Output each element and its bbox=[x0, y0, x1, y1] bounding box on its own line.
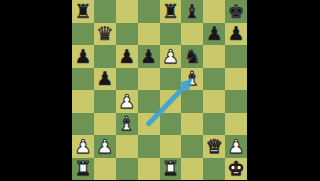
black-pawn[interactable]: ♟ bbox=[96, 69, 113, 88]
chess-board: ♜♜♝♚♛♟♟♟♟♟♟♞♟♝♟♝♟♟♛♟♜♜♚ bbox=[72, 0, 247, 180]
black-knight[interactable]: ♞ bbox=[184, 47, 201, 66]
white-rook[interactable]: ♜ bbox=[162, 159, 179, 178]
square-h7[interactable]: ♟ bbox=[225, 23, 247, 46]
square-h6[interactable] bbox=[225, 45, 247, 68]
white-bishop[interactable]: ♝ bbox=[184, 69, 201, 88]
square-d1[interactable] bbox=[138, 158, 160, 181]
square-c3[interactable]: ♝ bbox=[116, 113, 138, 136]
black-pawn[interactable]: ♟ bbox=[206, 24, 223, 43]
square-f7[interactable] bbox=[181, 23, 203, 46]
white-rook[interactable]: ♜ bbox=[74, 159, 91, 178]
black-rook[interactable]: ♜ bbox=[162, 2, 179, 21]
square-a1[interactable]: ♜ bbox=[72, 158, 94, 181]
square-h3[interactable] bbox=[225, 113, 247, 136]
square-f6[interactable]: ♞ bbox=[181, 45, 203, 68]
square-a3[interactable] bbox=[72, 113, 94, 136]
square-f5[interactable]: ♝ bbox=[181, 68, 203, 91]
square-e6[interactable]: ♟ bbox=[160, 45, 182, 68]
white-pawn[interactable]: ♟ bbox=[118, 92, 135, 111]
square-b5[interactable]: ♟ bbox=[94, 68, 116, 91]
square-h8[interactable]: ♚ bbox=[225, 0, 247, 23]
white-pawn[interactable]: ♟ bbox=[96, 137, 113, 156]
black-queen[interactable]: ♛ bbox=[96, 24, 113, 43]
white-king[interactable]: ♚ bbox=[228, 159, 245, 178]
square-a5[interactable] bbox=[72, 68, 94, 91]
square-f4[interactable] bbox=[181, 90, 203, 113]
black-pawn[interactable]: ♟ bbox=[228, 24, 245, 43]
square-c1[interactable] bbox=[116, 158, 138, 181]
square-e7[interactable] bbox=[160, 23, 182, 46]
square-g6[interactable] bbox=[203, 45, 225, 68]
square-d6[interactable]: ♟ bbox=[138, 45, 160, 68]
square-h4[interactable] bbox=[225, 90, 247, 113]
square-h1[interactable]: ♚ bbox=[225, 158, 247, 181]
square-a8[interactable]: ♜ bbox=[72, 0, 94, 23]
white-pawn[interactable]: ♟ bbox=[228, 137, 245, 156]
white-pawn[interactable]: ♟ bbox=[162, 47, 179, 66]
square-c7[interactable] bbox=[116, 23, 138, 46]
white-pawn[interactable]: ♟ bbox=[74, 137, 91, 156]
square-g1[interactable] bbox=[203, 158, 225, 181]
white-bishop[interactable]: ♝ bbox=[118, 114, 135, 133]
square-c6[interactable]: ♟ bbox=[116, 45, 138, 68]
black-pawn[interactable]: ♟ bbox=[74, 47, 91, 66]
square-a6[interactable]: ♟ bbox=[72, 45, 94, 68]
square-h5[interactable] bbox=[225, 68, 247, 91]
square-d4[interactable] bbox=[138, 90, 160, 113]
square-d8[interactable] bbox=[138, 0, 160, 23]
square-g3[interactable] bbox=[203, 113, 225, 136]
square-b1[interactable] bbox=[94, 158, 116, 181]
square-e4[interactable] bbox=[160, 90, 182, 113]
black-pawn[interactable]: ♟ bbox=[118, 47, 135, 66]
square-e8[interactable]: ♜ bbox=[160, 0, 182, 23]
square-c8[interactable] bbox=[116, 0, 138, 23]
black-bishop[interactable]: ♝ bbox=[184, 2, 201, 21]
square-b3[interactable] bbox=[94, 113, 116, 136]
square-a4[interactable] bbox=[72, 90, 94, 113]
square-g5[interactable] bbox=[203, 68, 225, 91]
square-g2[interactable]: ♛ bbox=[203, 135, 225, 158]
square-b2[interactable]: ♟ bbox=[94, 135, 116, 158]
black-king[interactable]: ♚ bbox=[228, 2, 245, 21]
square-c5[interactable] bbox=[116, 68, 138, 91]
square-b4[interactable] bbox=[94, 90, 116, 113]
square-d2[interactable] bbox=[138, 135, 160, 158]
square-c4[interactable]: ♟ bbox=[116, 90, 138, 113]
square-f1[interactable] bbox=[181, 158, 203, 181]
square-h2[interactable]: ♟ bbox=[225, 135, 247, 158]
square-g7[interactable]: ♟ bbox=[203, 23, 225, 46]
square-d5[interactable] bbox=[138, 68, 160, 91]
square-a2[interactable]: ♟ bbox=[72, 135, 94, 158]
square-d3[interactable] bbox=[138, 113, 160, 136]
square-e1[interactable]: ♜ bbox=[160, 158, 182, 181]
black-rook[interactable]: ♜ bbox=[74, 2, 91, 21]
square-d7[interactable] bbox=[138, 23, 160, 46]
square-g4[interactable] bbox=[203, 90, 225, 113]
square-a7[interactable] bbox=[72, 23, 94, 46]
square-f2[interactable] bbox=[181, 135, 203, 158]
square-f3[interactable] bbox=[181, 113, 203, 136]
white-queen[interactable]: ♛ bbox=[206, 137, 223, 156]
square-b6[interactable] bbox=[94, 45, 116, 68]
square-b8[interactable] bbox=[94, 0, 116, 23]
square-f8[interactable]: ♝ bbox=[181, 0, 203, 23]
square-e3[interactable] bbox=[160, 113, 182, 136]
square-e5[interactable] bbox=[160, 68, 182, 91]
black-pawn[interactable]: ♟ bbox=[140, 47, 157, 66]
chess-app-stage: ♜♜♝♚♛♟♟♟♟♟♟♞♟♝♟♝♟♟♛♟♜♜♚ bbox=[0, 0, 320, 180]
square-c2[interactable] bbox=[116, 135, 138, 158]
square-e2[interactable] bbox=[160, 135, 182, 158]
square-b7[interactable]: ♛ bbox=[94, 23, 116, 46]
square-g8[interactable] bbox=[203, 0, 225, 23]
